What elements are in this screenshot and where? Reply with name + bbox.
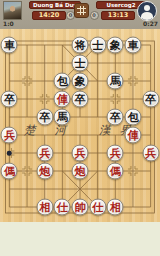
piece-red-chariot-raiding[interactable]: 俥 xyxy=(54,91,71,108)
piece-black-general[interactable]: 将 xyxy=(72,37,89,54)
piece-black-horse-left[interactable]: 馬 xyxy=(54,109,71,126)
piece-black-chariot-left[interactable]: 車 xyxy=(1,37,18,54)
piece-black-cannon-left[interactable]: 包 xyxy=(54,73,71,90)
piece-red-general[interactable]: 帥 xyxy=(72,199,89,216)
piece-black-soldier-g[interactable]: 卒 xyxy=(107,109,124,126)
piece-red-horse-edge-left[interactable]: 傌 xyxy=(1,163,18,180)
xiangqi-board[interactable]: 楚 河 漢 界 車将士象車士包象馬卒俥卒卒卒馬卒包兵俥兵兵兵兵傌炮炮傌相仕帥仕相 xyxy=(0,29,160,222)
right-player-score: 0:27 xyxy=(143,20,158,27)
piece-red-cannon-center[interactable]: 炮 xyxy=(72,163,89,180)
person-icon xyxy=(144,5,150,11)
right-player-avatar[interactable] xyxy=(137,1,157,21)
piece-black-cannon-right[interactable]: 包 xyxy=(124,109,141,126)
piece-black-soldier-i[interactable]: 卒 xyxy=(142,91,159,108)
piece-black-elephant-center[interactable]: 象 xyxy=(72,73,89,90)
left-player-avatar[interactable] xyxy=(3,1,22,20)
piece-red-cannon-seven[interactable]: 炮 xyxy=(36,163,53,180)
piece-red-chariot-river[interactable]: 俥 xyxy=(124,127,141,144)
piece-black-soldier-a[interactable]: 卒 xyxy=(1,91,18,108)
last-move-origin-dot xyxy=(7,151,12,156)
piece-black-soldier-e[interactable]: 卒 xyxy=(72,91,89,108)
piece-black-horse-right[interactable]: 馬 xyxy=(107,73,124,90)
left-player-clock: 14:20 xyxy=(32,11,66,20)
piece-red-elephant-right[interactable]: 相 xyxy=(107,199,124,216)
left-player-score: 1:0 xyxy=(3,20,14,27)
menu-grid-icon[interactable] xyxy=(74,3,89,18)
piece-black-elephant-right[interactable]: 象 xyxy=(107,37,124,54)
piece-red-advisor-right[interactable]: 仕 xyxy=(89,199,106,216)
footer-blank-area xyxy=(0,222,160,256)
piece-black-advisor-center[interactable]: 士 xyxy=(72,55,89,72)
piece-red-pawn-g[interactable]: 兵 xyxy=(107,145,124,162)
piece-black-soldier-c[interactable]: 卒 xyxy=(36,109,53,126)
top-bar: Duong Bá Duy 14:20 0 0 13:13 Usercog2 1:… xyxy=(0,0,160,30)
piece-black-advisor-right[interactable]: 士 xyxy=(89,37,106,54)
piece-red-pawn-c[interactable]: 兵 xyxy=(36,145,53,162)
right-captured-badge: 0 xyxy=(90,11,99,20)
piece-red-advisor-left[interactable]: 仕 xyxy=(54,199,71,216)
piece-red-pawn-a[interactable]: 兵 xyxy=(1,127,18,144)
piece-black-chariot-right[interactable]: 車 xyxy=(124,37,141,54)
right-player-clock: 13:13 xyxy=(101,11,135,20)
xiangqi-app: Duong Bá Duy 14:20 0 0 13:13 Usercog2 1:… xyxy=(0,0,160,256)
piece-red-elephant-left[interactable]: 相 xyxy=(36,199,53,216)
piece-red-pawn-i[interactable]: 兵 xyxy=(142,145,159,162)
piece-red-pawn-e[interactable]: 兵 xyxy=(72,145,89,162)
waffle-glyph xyxy=(77,6,86,15)
piece-red-horse-right[interactable]: 傌 xyxy=(107,163,124,180)
